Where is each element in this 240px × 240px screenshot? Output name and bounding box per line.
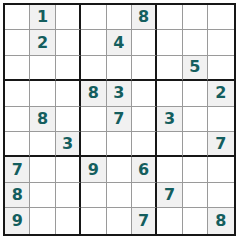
sudoku-board: 182458328733779687978 — [3, 3, 236, 236]
cell-r4c9[interactable]: 2 — [208, 81, 233, 106]
cell-r8c8[interactable] — [183, 183, 208, 208]
cell-r3c6[interactable] — [132, 56, 157, 81]
cell-r2c6[interactable] — [132, 30, 157, 55]
cell-r9c5[interactable] — [107, 208, 132, 233]
cell-r3c8[interactable]: 5 — [183, 56, 208, 81]
cell-r1c3[interactable] — [56, 5, 81, 30]
cell-r7c4[interactable]: 9 — [81, 157, 106, 182]
cell-r6c6[interactable] — [132, 132, 157, 157]
cell-r4c7[interactable] — [157, 81, 182, 106]
cell-r2c2[interactable]: 2 — [30, 30, 55, 55]
cell-r4c6[interactable] — [132, 81, 157, 106]
cell-r6c2[interactable] — [30, 132, 55, 157]
cell-r1c8[interactable] — [183, 5, 208, 30]
cell-r5c2[interactable]: 8 — [30, 107, 55, 132]
cell-r2c7[interactable] — [157, 30, 182, 55]
cell-r2c3[interactable] — [56, 30, 81, 55]
sudoku-widget: 182458328733779687978 — [0, 0, 239, 239]
cell-r9c8[interactable] — [183, 208, 208, 233]
cell-r7c7[interactable] — [157, 157, 182, 182]
cell-r3c2[interactable] — [30, 56, 55, 81]
cell-r1c5[interactable] — [107, 5, 132, 30]
cell-r6c7[interactable] — [157, 132, 182, 157]
cell-r3c4[interactable] — [81, 56, 106, 81]
cell-r5c1[interactable] — [5, 107, 30, 132]
cell-r4c5[interactable]: 3 — [107, 81, 132, 106]
cell-r5c3[interactable] — [56, 107, 81, 132]
cell-r6c9[interactable]: 7 — [208, 132, 233, 157]
cell-r7c8[interactable] — [183, 157, 208, 182]
cell-r5c9[interactable] — [208, 107, 233, 132]
cell-r1c7[interactable] — [157, 5, 182, 30]
cell-r5c8[interactable] — [183, 107, 208, 132]
cell-r5c5[interactable]: 7 — [107, 107, 132, 132]
cell-r5c6[interactable] — [132, 107, 157, 132]
cell-r6c4[interactable] — [81, 132, 106, 157]
cell-r6c1[interactable] — [5, 132, 30, 157]
cell-r3c3[interactable] — [56, 56, 81, 81]
cell-r8c2[interactable] — [30, 183, 55, 208]
cell-r4c4[interactable]: 8 — [81, 81, 106, 106]
cell-r9c1[interactable]: 9 — [5, 208, 30, 233]
cell-r7c9[interactable] — [208, 157, 233, 182]
cell-r1c4[interactable] — [81, 5, 106, 30]
cell-r3c1[interactable] — [5, 56, 30, 81]
cell-r4c8[interactable] — [183, 81, 208, 106]
cell-r1c1[interactable] — [5, 5, 30, 30]
cell-r2c8[interactable] — [183, 30, 208, 55]
cell-r9c9[interactable]: 8 — [208, 208, 233, 233]
cell-r8c3[interactable] — [56, 183, 81, 208]
cell-r8c1[interactable]: 8 — [5, 183, 30, 208]
cell-r6c5[interactable] — [107, 132, 132, 157]
cell-r5c4[interactable] — [81, 107, 106, 132]
cell-r2c9[interactable] — [208, 30, 233, 55]
cell-r9c3[interactable] — [56, 208, 81, 233]
cell-r7c6[interactable]: 6 — [132, 157, 157, 182]
cell-r2c1[interactable] — [5, 30, 30, 55]
cell-r2c4[interactable] — [81, 30, 106, 55]
cell-r8c6[interactable] — [132, 183, 157, 208]
cell-r2c5[interactable]: 4 — [107, 30, 132, 55]
cell-r4c1[interactable] — [5, 81, 30, 106]
cell-r3c5[interactable] — [107, 56, 132, 81]
cell-r1c2[interactable]: 1 — [30, 5, 55, 30]
cell-r7c1[interactable]: 7 — [5, 157, 30, 182]
cell-r9c4[interactable] — [81, 208, 106, 233]
cell-r6c3[interactable]: 3 — [56, 132, 81, 157]
cell-r4c3[interactable] — [56, 81, 81, 106]
cell-r3c9[interactable] — [208, 56, 233, 81]
cell-r1c6[interactable]: 8 — [132, 5, 157, 30]
cell-r4c2[interactable] — [30, 81, 55, 106]
cell-r8c4[interactable] — [81, 183, 106, 208]
cell-r9c6[interactable]: 7 — [132, 208, 157, 233]
cell-r8c9[interactable] — [208, 183, 233, 208]
cell-r5c7[interactable]: 3 — [157, 107, 182, 132]
cell-r7c5[interactable] — [107, 157, 132, 182]
cell-r7c2[interactable] — [30, 157, 55, 182]
cell-r8c7[interactable]: 7 — [157, 183, 182, 208]
cell-r9c2[interactable] — [30, 208, 55, 233]
cell-r8c5[interactable] — [107, 183, 132, 208]
cell-r3c7[interactable] — [157, 56, 182, 81]
cell-r9c7[interactable] — [157, 208, 182, 233]
cell-r1c9[interactable] — [208, 5, 233, 30]
cell-r6c8[interactable] — [183, 132, 208, 157]
cell-r7c3[interactable] — [56, 157, 81, 182]
